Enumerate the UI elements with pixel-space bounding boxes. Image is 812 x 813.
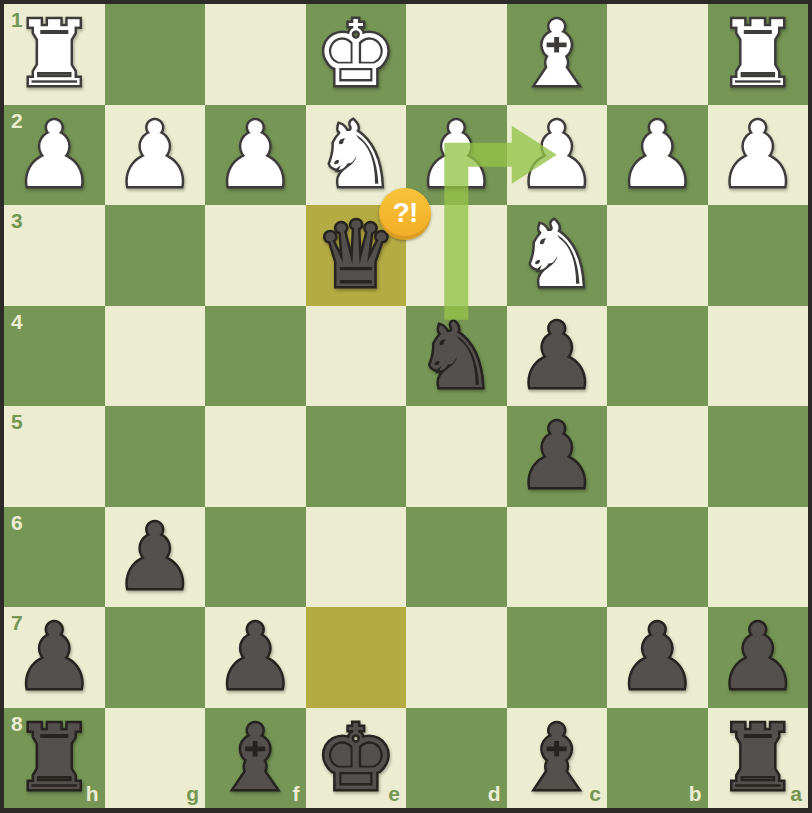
square-e5[interactable] — [306, 406, 407, 507]
square-a5[interactable] — [708, 406, 809, 507]
square-c6[interactable] — [507, 507, 608, 608]
move-classification-badge: ?! — [379, 188, 431, 240]
black-pawn-b7[interactable]: ♟ — [607, 607, 708, 708]
white-pawn-g2[interactable]: ♟ — [105, 105, 206, 206]
square-g7[interactable] — [105, 607, 206, 708]
white-pawn-c2[interactable]: ♟ — [507, 105, 608, 206]
square-a6[interactable] — [708, 507, 809, 608]
square-d5[interactable] — [406, 406, 507, 507]
white-king-e1[interactable]: ♚ — [306, 4, 407, 105]
square-g8[interactable]: g — [105, 708, 206, 809]
square-f5[interactable] — [205, 406, 306, 507]
square-b8[interactable]: b — [607, 708, 708, 809]
black-rook-h8[interactable]: ♜ — [4, 708, 105, 809]
black-pawn-c5[interactable]: ♟ — [507, 406, 608, 507]
white-rook-h1[interactable]: ♜ — [4, 4, 105, 105]
square-f1[interactable] — [205, 4, 306, 105]
square-f6[interactable] — [205, 507, 306, 608]
move-classification-label: ?! — [393, 197, 417, 229]
square-a3[interactable] — [708, 205, 809, 306]
square-b3[interactable] — [607, 205, 708, 306]
rank-label-3: 3 — [11, 210, 23, 231]
rank-label-5: 5 — [11, 411, 23, 432]
black-rook-a8[interactable]: ♜ — [708, 708, 809, 809]
black-pawn-a7[interactable]: ♟ — [708, 607, 809, 708]
square-c7[interactable] — [507, 607, 608, 708]
square-e7[interactable] — [306, 607, 407, 708]
square-b5[interactable] — [607, 406, 708, 507]
black-pawn-f7[interactable]: ♟ — [205, 607, 306, 708]
white-pawn-h2[interactable]: ♟ — [4, 105, 105, 206]
white-pawn-d2[interactable]: ♟ — [406, 105, 507, 206]
square-e4[interactable] — [306, 306, 407, 407]
white-knight-e2[interactable]: ♞ — [306, 105, 407, 206]
file-label-g: g — [186, 783, 199, 804]
file-label-d: d — [488, 783, 501, 804]
square-h6[interactable]: 6 — [4, 507, 105, 608]
square-h4[interactable]: 4 — [4, 306, 105, 407]
square-d1[interactable] — [406, 4, 507, 105]
square-f4[interactable] — [205, 306, 306, 407]
square-b6[interactable] — [607, 507, 708, 608]
square-a4[interactable] — [708, 306, 809, 407]
rank-label-6: 6 — [11, 512, 23, 533]
square-f3[interactable] — [205, 205, 306, 306]
square-g4[interactable] — [105, 306, 206, 407]
black-bishop-c8[interactable]: ♝ — [507, 708, 608, 809]
square-b1[interactable] — [607, 4, 708, 105]
rank-label-4: 4 — [11, 311, 23, 332]
file-label-b: b — [689, 783, 702, 804]
white-rook-a1[interactable]: ♜ — [708, 4, 809, 105]
square-d6[interactable] — [406, 507, 507, 608]
square-e6[interactable] — [306, 507, 407, 608]
square-h5[interactable]: 5 — [4, 406, 105, 507]
square-g5[interactable] — [105, 406, 206, 507]
square-d7[interactable] — [406, 607, 507, 708]
black-pawn-g6[interactable]: ♟ — [105, 507, 206, 608]
white-knight-c3[interactable]: ♞ — [507, 205, 608, 306]
chess-board-frame: ?! 12345678hgfedcba♜♚♝♜♟♟♟♞♟♟♟♟♛♞♞♟♟♟♟♟♟… — [0, 0, 812, 813]
white-pawn-f2[interactable]: ♟ — [205, 105, 306, 206]
white-pawn-a2[interactable]: ♟ — [708, 105, 809, 206]
square-h3[interactable]: 3 — [4, 205, 105, 306]
black-bishop-f8[interactable]: ♝ — [205, 708, 306, 809]
black-king-e8[interactable]: ♚ — [306, 708, 407, 809]
black-pawn-c4[interactable]: ♟ — [507, 306, 608, 407]
black-pawn-h7[interactable]: ♟ — [4, 607, 105, 708]
square-g1[interactable] — [105, 4, 206, 105]
black-knight-d4[interactable]: ♞ — [406, 306, 507, 407]
square-b4[interactable] — [607, 306, 708, 407]
square-d8[interactable]: d — [406, 708, 507, 809]
white-pawn-b2[interactable]: ♟ — [607, 105, 708, 206]
chess-board[interactable]: ?! 12345678hgfedcba♜♚♝♜♟♟♟♞♟♟♟♟♛♞♞♟♟♟♟♟♟… — [4, 4, 808, 808]
square-g3[interactable] — [105, 205, 206, 306]
white-bishop-c1[interactable]: ♝ — [507, 4, 608, 105]
